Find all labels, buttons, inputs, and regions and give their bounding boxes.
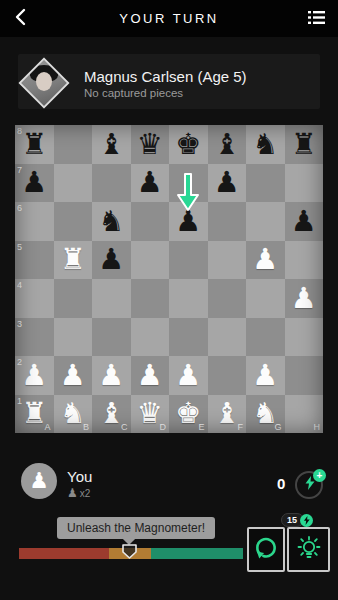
piece-black-queen[interactable]: ♛ (131, 125, 170, 164)
square-g5[interactable]: ♟ (246, 241, 285, 280)
square-h1[interactable]: H (285, 395, 324, 434)
square-f7[interactable]: ♟ (208, 164, 247, 203)
square-h3[interactable] (285, 318, 324, 357)
square-a6[interactable]: 6 (15, 202, 54, 241)
square-c2[interactable]: ♟ (92, 356, 131, 395)
square-f8[interactable]: ♝ (208, 125, 247, 164)
square-f2[interactable] (208, 356, 247, 395)
square-d7[interactable]: ♟ (131, 164, 170, 203)
piece-black-pawn[interactable]: ♟ (92, 241, 131, 280)
square-d8[interactable]: ♛ (131, 125, 170, 164)
hint-bolt-icon (300, 514, 313, 527)
move-list-icon (308, 10, 325, 29)
square-e6[interactable]: ♟ (169, 202, 208, 241)
square-e5[interactable] (169, 241, 208, 280)
square-h2[interactable] (285, 356, 324, 395)
piece-black-king[interactable]: ♚ (169, 125, 208, 164)
piece-white-pawn[interactable]: ♟ (15, 356, 54, 395)
piece-white-pawn[interactable]: ♟ (92, 356, 131, 395)
piece-white-king[interactable]: ♚ (169, 395, 208, 434)
square-f5[interactable] (208, 241, 247, 280)
square-a8[interactable]: 8♜ (15, 125, 54, 164)
hint-button[interactable] (287, 527, 330, 572)
square-b3[interactable] (54, 318, 93, 357)
white-pawn-avatar-icon: ♟ (29, 470, 49, 492)
square-g7[interactable] (246, 164, 285, 203)
rank-label: 6 (17, 203, 22, 213)
square-a1[interactable]: 1A♜ (15, 395, 54, 434)
piece-white-pawn[interactable]: ♟ (246, 356, 285, 395)
magnometer-tooltip: Unleash the Magnometer! (57, 517, 215, 539)
app-screen: YOUR TURN Magnus Carlsen (Age 5) No c (0, 0, 338, 600)
player-name: You (67, 468, 92, 485)
square-e3[interactable] (169, 318, 208, 357)
square-g1[interactable]: G♞ (246, 395, 285, 434)
square-h5[interactable] (285, 241, 324, 280)
piece-black-bishop[interactable]: ♝ (208, 125, 247, 164)
square-b5[interactable]: ♜ (54, 241, 93, 280)
square-c4[interactable] (92, 279, 131, 318)
piece-white-pawn[interactable]: ♟ (285, 279, 324, 318)
opponent-name: Magnus Carlsen (Age 5) (84, 68, 247, 85)
square-b6[interactable] (54, 202, 93, 241)
square-e1[interactable]: E♚ (169, 395, 208, 434)
captured-pawn-icon: ♟ (67, 487, 78, 499)
square-c7[interactable] (92, 164, 131, 203)
magnometer-slider-handle[interactable] (121, 543, 138, 560)
piece-white-rook[interactable]: ♜ (54, 241, 93, 280)
square-a4[interactable]: 4 (15, 279, 54, 318)
square-d5[interactable] (131, 241, 170, 280)
square-g6[interactable] (246, 202, 285, 241)
rank-label: 4 (17, 280, 22, 290)
energy-button[interactable]: + (295, 471, 323, 499)
square-d1[interactable]: D♛ (131, 395, 170, 434)
square-a7[interactable]: 7♟ (15, 164, 54, 203)
square-g3[interactable] (246, 318, 285, 357)
player-captured-pieces: ♟ x2 (67, 487, 90, 499)
lightbulb-icon (295, 534, 323, 566)
square-g2[interactable]: ♟ (246, 356, 285, 395)
square-g8[interactable]: ♞ (246, 125, 285, 164)
square-h7[interactable] (285, 164, 324, 203)
piece-black-rook[interactable]: ♜ (285, 125, 324, 164)
piece-white-bishop[interactable]: ♝ (208, 395, 247, 434)
magnometer-segment-2 (151, 548, 243, 559)
square-f4[interactable] (208, 279, 247, 318)
undo-icon (253, 535, 279, 565)
magnometer-segment-0 (19, 548, 109, 559)
piece-black-rook[interactable]: ♜ (15, 125, 54, 164)
square-f3[interactable] (208, 318, 247, 357)
top-bar: YOUR TURN (0, 0, 338, 37)
rank-label: 3 (17, 319, 22, 329)
opponent-captured-text: No captured pieces (84, 87, 183, 99)
piece-black-knight[interactable]: ♞ (92, 202, 131, 241)
piece-white-knight[interactable]: ♞ (246, 395, 285, 434)
piece-black-knight[interactable]: ♞ (246, 125, 285, 164)
square-c8[interactable]: ♝ (92, 125, 131, 164)
square-b8[interactable] (54, 125, 93, 164)
square-b7[interactable] (54, 164, 93, 203)
piece-black-pawn[interactable]: ♟ (169, 202, 208, 241)
square-c6[interactable]: ♞ (92, 202, 131, 241)
piece-black-pawn[interactable]: ♟ (131, 164, 170, 203)
square-d6[interactable] (131, 202, 170, 241)
undo-button[interactable] (247, 527, 285, 572)
captured-count: x2 (80, 488, 91, 499)
piece-white-pawn[interactable]: ♟ (54, 356, 93, 395)
square-e4[interactable] (169, 279, 208, 318)
square-a3[interactable]: 3 (15, 318, 54, 357)
square-f6[interactable] (208, 202, 247, 241)
piece-black-bishop[interactable]: ♝ (92, 125, 131, 164)
square-a2[interactable]: 2♟ (15, 356, 54, 395)
piece-white-knight[interactable]: ♞ (54, 395, 93, 434)
piece-white-rook[interactable]: ♜ (15, 395, 54, 434)
opponent-avatar (19, 58, 70, 109)
square-g4[interactable] (246, 279, 285, 318)
square-b2[interactable]: ♟ (54, 356, 93, 395)
square-e8[interactable]: ♚ (169, 125, 208, 164)
square-b1[interactable]: B♞ (54, 395, 93, 434)
square-c3[interactable] (92, 318, 131, 357)
piece-black-pawn[interactable]: ♟ (15, 164, 54, 203)
square-f1[interactable]: F♝ (208, 395, 247, 434)
file-label: H (314, 422, 321, 432)
square-d4[interactable] (131, 279, 170, 318)
square-e7[interactable] (169, 164, 208, 203)
opponent-card: Magnus Carlsen (Age 5) No captured piece… (18, 54, 320, 109)
square-c1[interactable]: C♝ (92, 395, 131, 434)
opponent-photo-face (36, 72, 52, 91)
square-c5[interactable]: ♟ (92, 241, 131, 280)
hint-cost-badge: 15 (281, 513, 313, 527)
square-d2[interactable]: ♟ (131, 356, 170, 395)
piece-white-pawn[interactable]: ♟ (169, 356, 208, 395)
add-energy-badge[interactable]: + (313, 469, 326, 482)
player-avatar: ♟ (21, 463, 57, 499)
square-d3[interactable] (131, 318, 170, 357)
piece-white-pawn[interactable]: ♟ (246, 241, 285, 280)
rank-label: 5 (17, 242, 22, 252)
square-e2[interactable]: ♟ (169, 356, 208, 395)
square-a5[interactable]: 5 (15, 241, 54, 280)
piece-white-bishop[interactable]: ♝ (92, 395, 131, 434)
move-list-button[interactable] (304, 8, 328, 30)
page-title: YOUR TURN (0, 11, 338, 26)
chess-board: 8♜♝♛♚♝♞♜7♟♟♟6♞♟♟5♜♟♟4♟32♟♟♟♟♟♟1A♜B♞C♝D♛E… (15, 125, 323, 433)
piece-white-queen[interactable]: ♛ (131, 395, 170, 434)
energy-count: 0 (277, 475, 285, 492)
piece-white-pawn[interactable]: ♟ (131, 356, 170, 395)
square-b4[interactable] (54, 279, 93, 318)
square-h8[interactable]: ♜ (285, 125, 324, 164)
piece-black-pawn[interactable]: ♟ (285, 202, 324, 241)
square-h6[interactable]: ♟ (285, 202, 324, 241)
piece-black-pawn[interactable]: ♟ (208, 164, 247, 203)
opponent-photo (20, 59, 68, 107)
square-h4[interactable]: ♟ (285, 279, 324, 318)
